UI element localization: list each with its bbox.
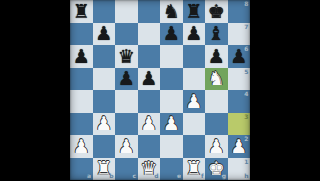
square-h6[interactable]: ♟6 bbox=[228, 45, 251, 68]
square-a7[interactable] bbox=[70, 23, 93, 46]
white-king[interactable]: ♚ bbox=[208, 159, 225, 178]
square-f1[interactable]: ♜f bbox=[183, 158, 206, 181]
black-pawn[interactable]: ♟ bbox=[73, 46, 90, 65]
square-h8[interactable]: 8 bbox=[228, 0, 251, 23]
square-a6[interactable]: ♟ bbox=[70, 45, 93, 68]
square-g1[interactable]: ♚g bbox=[205, 158, 228, 181]
square-f4[interactable]: ♟ bbox=[183, 90, 206, 113]
square-f6[interactable] bbox=[183, 45, 206, 68]
square-f7[interactable]: ♟ bbox=[183, 23, 206, 46]
square-a4[interactable] bbox=[70, 90, 93, 113]
square-g2[interactable]: ♟ bbox=[205, 135, 228, 158]
square-h3[interactable]: 3 bbox=[228, 113, 251, 136]
square-e2[interactable] bbox=[160, 135, 183, 158]
square-g3[interactable] bbox=[205, 113, 228, 136]
square-c7[interactable] bbox=[115, 23, 138, 46]
square-d4[interactable] bbox=[138, 90, 161, 113]
white-pawn[interactable]: ♟ bbox=[118, 136, 135, 155]
square-a5[interactable] bbox=[70, 68, 93, 91]
square-e1[interactable]: e bbox=[160, 158, 183, 181]
black-pawn[interactable]: ♟ bbox=[208, 46, 225, 65]
black-pawn[interactable]: ♟ bbox=[163, 24, 180, 43]
square-b7[interactable]: ♟ bbox=[93, 23, 116, 46]
black-bishop[interactable]: ♝ bbox=[208, 24, 225, 43]
square-f5[interactable] bbox=[183, 68, 206, 91]
square-a2[interactable]: ♟ bbox=[70, 135, 93, 158]
black-knight[interactable]: ♞ bbox=[163, 1, 180, 20]
white-knight[interactable]: ♞ bbox=[208, 69, 225, 88]
chess-board[interactable]: ♜♞♜♚8♟♟♟♝7♟♛♟♟6♟♟♞5♟4♟♟♟3♟♟♟♟2a♜bc♛de♜f♚… bbox=[70, 0, 250, 180]
file-label-h: h bbox=[244, 173, 248, 179]
square-b3[interactable]: ♟ bbox=[93, 113, 116, 136]
square-b2[interactable] bbox=[93, 135, 116, 158]
rank-label-3: 3 bbox=[244, 114, 248, 120]
black-queen[interactable]: ♛ bbox=[118, 46, 135, 65]
square-h7[interactable]: 7 bbox=[228, 23, 251, 46]
black-rook[interactable]: ♜ bbox=[185, 1, 202, 20]
square-h1[interactable]: 1h bbox=[228, 158, 251, 181]
black-rook[interactable]: ♜ bbox=[73, 1, 90, 20]
square-c2[interactable]: ♟ bbox=[115, 135, 138, 158]
square-d2[interactable] bbox=[138, 135, 161, 158]
square-h4[interactable]: 4 bbox=[228, 90, 251, 113]
square-c5[interactable]: ♟ bbox=[115, 68, 138, 91]
square-b4[interactable] bbox=[93, 90, 116, 113]
rank-label-4: 4 bbox=[244, 91, 248, 97]
rank-label-1: 1 bbox=[244, 159, 248, 165]
white-queen[interactable]: ♛ bbox=[140, 159, 157, 178]
square-b8[interactable] bbox=[93, 0, 116, 23]
rank-label-5: 5 bbox=[244, 69, 248, 75]
square-a3[interactable] bbox=[70, 113, 93, 136]
square-b1[interactable]: ♜b bbox=[93, 158, 116, 181]
black-pawn[interactable]: ♟ bbox=[140, 69, 157, 88]
file-label-a: a bbox=[87, 173, 91, 179]
square-f3[interactable] bbox=[183, 113, 206, 136]
square-d3[interactable]: ♟ bbox=[138, 113, 161, 136]
file-label-e: e bbox=[177, 173, 181, 179]
square-e7[interactable]: ♟ bbox=[160, 23, 183, 46]
square-a1[interactable]: a bbox=[70, 158, 93, 181]
square-d8[interactable] bbox=[138, 0, 161, 23]
square-h2[interactable]: ♟2 bbox=[228, 135, 251, 158]
black-pawn[interactable]: ♟ bbox=[95, 24, 112, 43]
square-b6[interactable] bbox=[93, 45, 116, 68]
white-pawn[interactable]: ♟ bbox=[73, 136, 90, 155]
black-pawn[interactable]: ♟ bbox=[185, 24, 202, 43]
square-g4[interactable] bbox=[205, 90, 228, 113]
white-pawn[interactable]: ♟ bbox=[95, 114, 112, 133]
square-e6[interactable] bbox=[160, 45, 183, 68]
square-d5[interactable]: ♟ bbox=[138, 68, 161, 91]
square-d1[interactable]: ♛d bbox=[138, 158, 161, 181]
square-c6[interactable]: ♛ bbox=[115, 45, 138, 68]
square-h5[interactable]: 5 bbox=[228, 68, 251, 91]
square-b5[interactable] bbox=[93, 68, 116, 91]
screenshot-canvas: ♜♞♜♚8♟♟♟♝7♟♛♟♟6♟♟♞5♟4♟♟♟3♟♟♟♟2a♜bc♛de♜f♚… bbox=[0, 0, 320, 180]
square-e3[interactable]: ♟ bbox=[160, 113, 183, 136]
square-a8[interactable]: ♜ bbox=[70, 0, 93, 23]
rank-label-8: 8 bbox=[244, 1, 248, 7]
square-e4[interactable] bbox=[160, 90, 183, 113]
square-c8[interactable] bbox=[115, 0, 138, 23]
square-e5[interactable] bbox=[160, 68, 183, 91]
square-f8[interactable]: ♜ bbox=[183, 0, 206, 23]
black-pawn[interactable]: ♟ bbox=[118, 69, 135, 88]
file-label-c: c bbox=[132, 173, 136, 179]
square-g6[interactable]: ♟ bbox=[205, 45, 228, 68]
square-c1[interactable]: c bbox=[115, 158, 138, 181]
square-g8[interactable]: ♚ bbox=[205, 0, 228, 23]
square-g5[interactable]: ♞ bbox=[205, 68, 228, 91]
square-d6[interactable] bbox=[138, 45, 161, 68]
white-pawn[interactable]: ♟ bbox=[208, 136, 225, 155]
white-rook[interactable]: ♜ bbox=[95, 159, 112, 178]
square-g7[interactable]: ♝ bbox=[205, 23, 228, 46]
square-c4[interactable] bbox=[115, 90, 138, 113]
black-pawn[interactable]: ♟ bbox=[230, 46, 247, 65]
white-pawn[interactable]: ♟ bbox=[185, 91, 202, 110]
white-pawn[interactable]: ♟ bbox=[230, 136, 247, 155]
square-f2[interactable] bbox=[183, 135, 206, 158]
square-d7[interactable] bbox=[138, 23, 161, 46]
black-king[interactable]: ♚ bbox=[208, 1, 225, 20]
white-rook[interactable]: ♜ bbox=[185, 159, 202, 178]
square-e8[interactable]: ♞ bbox=[160, 0, 183, 23]
rank-label-7: 7 bbox=[244, 24, 248, 30]
square-c3[interactable] bbox=[115, 113, 138, 136]
white-pawn[interactable]: ♟ bbox=[163, 114, 180, 133]
white-pawn[interactable]: ♟ bbox=[140, 114, 157, 133]
